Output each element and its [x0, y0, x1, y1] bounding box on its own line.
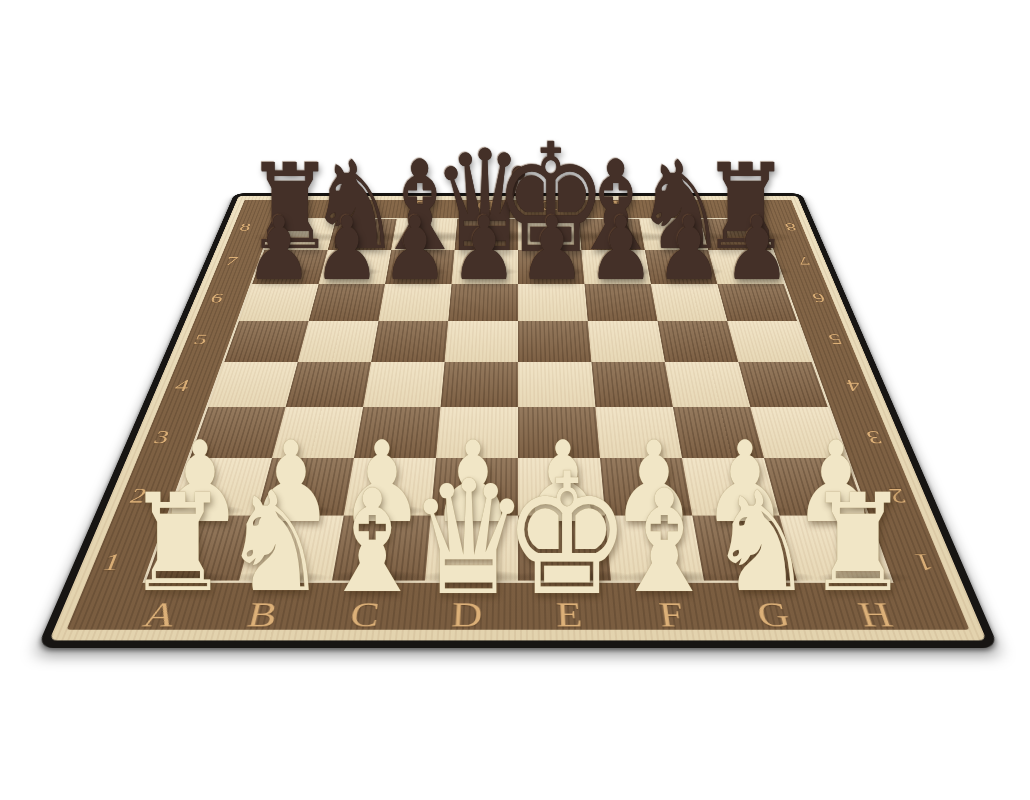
- black-pawn-a7[interactable]: ♟: [245, 206, 312, 294]
- black-pawn-c7[interactable]: ♟: [382, 206, 449, 294]
- square-b4[interactable]: [286, 362, 372, 408]
- square-d5[interactable]: [445, 321, 518, 362]
- black-pawn-g7[interactable]: ♟: [655, 206, 722, 294]
- black-pawn-d7[interactable]: ♟: [450, 206, 517, 294]
- square-f4[interactable]: [591, 362, 673, 408]
- black-pawn-h7[interactable]: ♟: [724, 206, 791, 294]
- square-f5[interactable]: [588, 321, 665, 362]
- square-h4[interactable]: [738, 362, 828, 408]
- square-b5[interactable]: [298, 321, 379, 362]
- square-g5[interactable]: [657, 321, 738, 362]
- chess-product-scene: ABCDEFGH ABCDEFGH 12345678 12345678 ♜♞♝♛…: [0, 0, 1030, 800]
- black-pawn-f7[interactable]: ♟: [587, 206, 654, 294]
- square-a5[interactable]: [224, 321, 308, 362]
- white-bishop-f1[interactable]: ♝: [609, 471, 717, 613]
- white-knight-b1[interactable]: ♞: [223, 474, 328, 612]
- square-e5[interactable]: [518, 321, 591, 362]
- square-c5[interactable]: [371, 321, 448, 362]
- square-d4[interactable]: [441, 362, 518, 408]
- white-rook-h1[interactable]: ♜: [806, 476, 909, 611]
- square-c4[interactable]: [363, 362, 445, 408]
- black-pawn-e7[interactable]: ♟: [519, 206, 586, 294]
- square-e4[interactable]: [518, 362, 595, 408]
- square-h5[interactable]: [727, 321, 811, 362]
- white-knight-g1[interactable]: ♞: [708, 474, 813, 612]
- black-pawn-b7[interactable]: ♟: [313, 206, 380, 294]
- square-g4[interactable]: [665, 362, 751, 408]
- white-rook-a1[interactable]: ♜: [127, 476, 230, 611]
- square-a4[interactable]: [208, 362, 298, 408]
